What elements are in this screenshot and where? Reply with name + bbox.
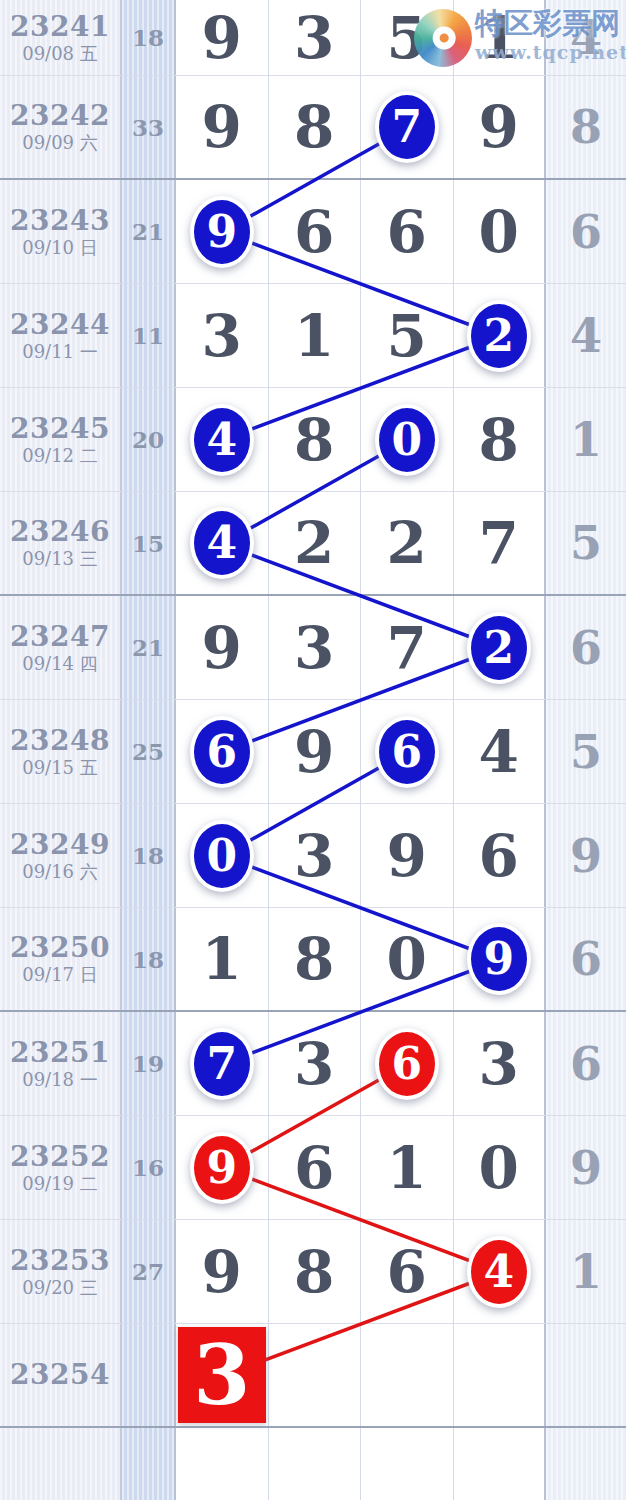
draw-digit: 0 (479, 203, 519, 261)
draw-digit: 6 (294, 203, 334, 261)
extra-digit-cell: 8 (546, 76, 626, 178)
draw-digit: 6 (294, 1139, 334, 1197)
digit-cell-3 (454, 1428, 547, 1500)
draw-digit: 7 (391, 105, 422, 149)
sum-cell: 27 (122, 1220, 176, 1323)
digit-cell-0: 9 (176, 596, 269, 699)
digit-cell-2: 5 (361, 0, 454, 75)
draw-date: 09/13 三 (22, 548, 98, 570)
draw-digit: 0 (391, 418, 422, 462)
sum-cell: 18 (122, 908, 176, 1010)
draw-digit: 9 (202, 1243, 242, 1301)
draw-digit: 9 (206, 1146, 237, 1190)
draw-date: 09/17 日 (22, 964, 98, 986)
period-cell: 2325009/17 日 (0, 908, 122, 1010)
draw-date: 09/11 一 (22, 341, 98, 363)
digit-cell-1: 8 (269, 388, 362, 491)
digit-cell-2: 1 (361, 1116, 454, 1219)
extra-digit-cell (546, 1324, 626, 1426)
predicted-digit: 3 (193, 1334, 250, 1416)
period-number: 23250 (10, 932, 110, 964)
sum-cell: 21 (122, 180, 176, 283)
period-number: 23253 (10, 1245, 110, 1277)
period-number: 23244 (10, 309, 110, 341)
draw-date: 09/14 四 (22, 653, 98, 675)
chart-row-23250: 2325009/17 日1818096 (0, 908, 626, 1012)
draw-digit: 4 (206, 418, 237, 462)
draw-digit: 0 (206, 834, 237, 878)
draw-digit: 8 (294, 1243, 334, 1301)
chart-row-23254: 232543 (0, 1324, 626, 1428)
draw-date: 09/08 五 (22, 43, 98, 65)
period-number: 23242 (10, 100, 110, 132)
digit-cell-3: 0 (454, 180, 547, 283)
draw-digit: 8 (294, 930, 334, 988)
chart-row-23242: 2324209/09 六3398798 (0, 76, 626, 180)
period-cell: 2324409/11 一 (0, 284, 122, 387)
draw-digit: 9 (202, 98, 242, 156)
period-cell: 2325209/19 二 (0, 1116, 122, 1219)
draw-digit: 2 (483, 314, 514, 358)
draw-digit: 3 (294, 9, 334, 67)
digit-cell-3: 2 (454, 284, 547, 387)
digit-cell-3: 9 (454, 908, 547, 1010)
digit-cell-1: 9 (269, 700, 362, 803)
period-number: 23251 (10, 1037, 110, 1069)
extra-digit-cell: 6 (546, 596, 626, 699)
sum-cell: 18 (122, 0, 176, 75)
digit-cell-0 (176, 1428, 269, 1500)
draw-digit: 7 (387, 619, 427, 677)
digit-cell-1: 1 (269, 284, 362, 387)
digit-cell-2: 0 (361, 908, 454, 1010)
draw-date: 09/15 五 (22, 757, 98, 779)
prediction-square: 3 (178, 1327, 266, 1423)
draw-digit: 3 (294, 619, 334, 677)
digit-cell-0: 3 (176, 284, 269, 387)
digit-cell-3: 0 (454, 1116, 547, 1219)
period-number: 23246 (10, 516, 110, 548)
sum-cell (122, 1428, 176, 1500)
draw-digit: 6 (391, 1042, 422, 1086)
period-cell: 2324509/12 二 (0, 388, 122, 491)
draw-digit: 4 (479, 723, 519, 781)
extra-digit-cell: 1 (546, 388, 626, 491)
digit-cell-2: 7 (361, 596, 454, 699)
chart-row-23248: 2324809/15 五2569645 (0, 700, 626, 804)
draw-digit: 6 (387, 1243, 427, 1301)
draw-digit: 2 (483, 626, 514, 670)
sum-cell: 19 (122, 1012, 176, 1115)
draw-digit: 1 (479, 9, 519, 67)
digit-cell-1: 3 (269, 804, 362, 907)
chart-row-23251: 2325109/18 一1973636 (0, 1012, 626, 1116)
draw-digit: 2 (294, 514, 334, 572)
period-number: 23245 (10, 413, 110, 445)
extra-digit-cell: 9 (546, 1116, 626, 1219)
digit-cell-0: 9 (176, 1220, 269, 1323)
digit-cell-3: 2 (454, 596, 547, 699)
draw-digit: 8 (294, 411, 334, 469)
digit-cell-0: 9 (176, 76, 269, 178)
digit-cell-0: 0 (176, 804, 269, 907)
digit-cell-2: 6 (361, 1220, 454, 1323)
digit-cell-1 (269, 1324, 362, 1426)
digit-cell-0: 6 (176, 700, 269, 803)
chart-row-23247: 2324709/14 四2193726 (0, 596, 626, 700)
draw-digit: 5 (387, 9, 427, 67)
period-cell (0, 1428, 122, 1500)
sum-cell: 20 (122, 388, 176, 491)
extra-digit-cell: 6 (546, 1012, 626, 1115)
digit-cell-3: 3 (454, 1012, 547, 1115)
digit-cell-2: 6 (361, 1012, 454, 1115)
draw-digit: 4 (483, 1250, 514, 1294)
chart-row-23245: 2324509/12 二2048081 (0, 388, 626, 492)
period-cell: 2324909/16 六 (0, 804, 122, 907)
digit-cell-2: 5 (361, 284, 454, 387)
draw-date: 09/18 一 (22, 1069, 98, 1091)
period-cell: 23254 (0, 1324, 122, 1426)
digit-cell-2: 7 (361, 76, 454, 178)
draw-digit: 0 (479, 1139, 519, 1197)
period-number: 23249 (10, 829, 110, 861)
draw-digit: 6 (391, 730, 422, 774)
digit-cell-0: 4 (176, 388, 269, 491)
digit-cell-3: 7 (454, 492, 547, 594)
digit-cell-2 (361, 1428, 454, 1500)
chart-row-23241: 2324109/08 五1893514 (0, 0, 626, 76)
draw-digit: 1 (202, 930, 242, 988)
draw-digit: 1 (294, 307, 334, 365)
chart-row-23253: 2325309/20 三2798641 (0, 1220, 626, 1324)
digit-cell-2: 6 (361, 700, 454, 803)
extra-digit-cell: 6 (546, 908, 626, 1010)
extra-digit-cell (546, 1428, 626, 1500)
sum-cell: 15 (122, 492, 176, 594)
draw-digit: 3 (294, 1035, 334, 1093)
draw-digit: 9 (202, 619, 242, 677)
draw-digit: 9 (479, 98, 519, 156)
digit-cell-1: 2 (269, 492, 362, 594)
draw-digit: 9 (202, 9, 242, 67)
digit-cell-3: 4 (454, 700, 547, 803)
draw-digit: 1 (387, 1139, 427, 1197)
digit-cell-1 (269, 1428, 362, 1500)
draw-digit: 6 (387, 203, 427, 261)
chart-row-23252: 2325209/19 二1696109 (0, 1116, 626, 1220)
draw-digit: 9 (294, 723, 334, 781)
extra-digit-cell: 4 (546, 0, 626, 75)
digit-cell-2 (361, 1324, 454, 1426)
extra-digit-cell: 1 (546, 1220, 626, 1323)
sum-cell: 18 (122, 804, 176, 907)
digit-cell-2: 9 (361, 804, 454, 907)
draw-date: 09/19 二 (22, 1173, 98, 1195)
draw-digit: 5 (387, 307, 427, 365)
draw-date: 09/16 六 (22, 861, 98, 883)
extra-digit-cell: 5 (546, 492, 626, 594)
digit-cell-2: 0 (361, 388, 454, 491)
digit-cell-3: 9 (454, 76, 547, 178)
draw-date: 09/09 六 (22, 132, 98, 154)
chart-row-23249: 2324909/16 六1803969 (0, 804, 626, 908)
digit-cell-0: 9 (176, 180, 269, 283)
draw-digit: 6 (206, 730, 237, 774)
draw-digit: 8 (479, 411, 519, 469)
extra-digit-cell: 9 (546, 804, 626, 907)
period-number: 23241 (10, 11, 110, 43)
digit-cell-2: 2 (361, 492, 454, 594)
period-cell: 2324209/09 六 (0, 76, 122, 178)
digit-cell-3: 1 (454, 0, 547, 75)
digit-cell-1: 8 (269, 1220, 362, 1323)
sum-cell: 11 (122, 284, 176, 387)
chart-rows: 2324109/08 五18935142324209/09 六339879823… (0, 0, 626, 1500)
digit-cell-0: 1 (176, 908, 269, 1010)
digit-cell-1: 8 (269, 76, 362, 178)
empty-next-row (0, 1428, 626, 1500)
extra-digit-cell: 6 (546, 180, 626, 283)
draw-date: 09/10 日 (22, 237, 98, 259)
draw-digit: 6 (479, 827, 519, 885)
digit-cell-0: 7 (176, 1012, 269, 1115)
draw-digit: 7 (206, 1042, 237, 1086)
draw-digit: 3 (202, 307, 242, 365)
draw-digit: 9 (387, 827, 427, 885)
period-cell: 2324309/10 日 (0, 180, 122, 283)
digit-cell-0: 9 (176, 0, 269, 75)
digit-cell-1: 6 (269, 180, 362, 283)
period-number: 23247 (10, 621, 110, 653)
lottery-trend-chart: 2324109/08 五18935142324209/09 六339879823… (0, 0, 626, 1500)
digit-cell-0: 4 (176, 492, 269, 594)
period-cell: 2324609/13 三 (0, 492, 122, 594)
sum-cell (122, 1324, 176, 1426)
digit-cell-1: 6 (269, 1116, 362, 1219)
period-number: 23254 (10, 1359, 110, 1391)
period-cell: 2325309/20 三 (0, 1220, 122, 1323)
draw-digit: 7 (479, 514, 519, 572)
digit-cell-1: 3 (269, 596, 362, 699)
digit-cell-0: 9 (176, 1116, 269, 1219)
draw-digit: 3 (294, 827, 334, 885)
draw-digit: 8 (294, 98, 334, 156)
chart-row-23246: 2324609/13 三1542275 (0, 492, 626, 596)
draw-digit: 4 (206, 521, 237, 565)
digit-cell-2: 6 (361, 180, 454, 283)
digit-cell-1: 3 (269, 1012, 362, 1115)
draw-date: 09/12 二 (22, 445, 98, 467)
period-cell: 2324109/08 五 (0, 0, 122, 75)
extra-digit-cell: 4 (546, 284, 626, 387)
period-cell: 2325109/18 一 (0, 1012, 122, 1115)
draw-date: 09/20 三 (22, 1277, 98, 1299)
digit-cell-3: 6 (454, 804, 547, 907)
period-number: 23252 (10, 1141, 110, 1173)
digit-cell-3 (454, 1324, 547, 1426)
digit-cell-3: 8 (454, 388, 547, 491)
chart-row-23244: 2324409/11 一1131524 (0, 284, 626, 388)
digit-cell-0: 3 (176, 1324, 269, 1426)
sum-cell: 16 (122, 1116, 176, 1219)
draw-digit: 3 (479, 1035, 519, 1093)
sum-cell: 21 (122, 596, 176, 699)
draw-digit: 0 (387, 930, 427, 988)
draw-digit: 9 (206, 210, 237, 254)
draw-digit: 2 (387, 514, 427, 572)
period-cell: 2324709/14 四 (0, 596, 122, 699)
digit-cell-1: 8 (269, 908, 362, 1010)
chart-row-23243: 2324309/10 日2196606 (0, 180, 626, 284)
period-cell: 2324809/15 五 (0, 700, 122, 803)
extra-digit-cell: 5 (546, 700, 626, 803)
sum-cell: 33 (122, 76, 176, 178)
draw-digit: 9 (483, 937, 514, 981)
digit-cell-1: 3 (269, 0, 362, 75)
sum-cell: 25 (122, 700, 176, 803)
period-number: 23248 (10, 725, 110, 757)
digit-cell-3: 4 (454, 1220, 547, 1323)
period-number: 23243 (10, 205, 110, 237)
